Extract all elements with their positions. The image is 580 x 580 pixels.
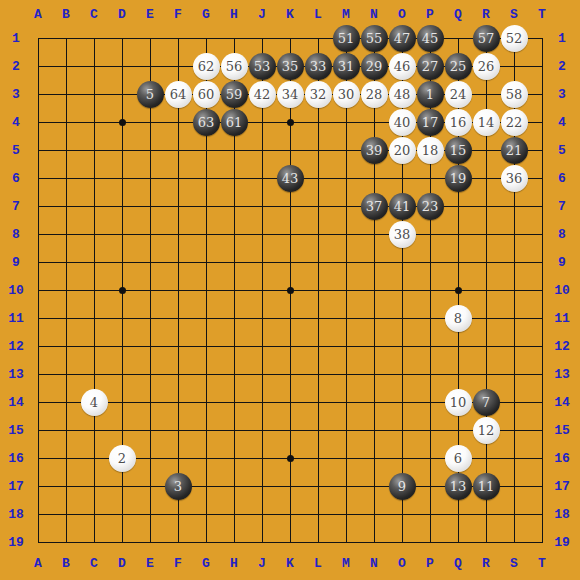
col-label-top-T: T [528,1,556,27]
star-point-D10 [119,287,126,294]
col-label-bottom-C: C [80,550,108,576]
row-label-right-17: 17 [548,473,576,499]
stone-black-N5[interactable]: 39 [361,137,388,164]
col-label-top-D: D [108,1,136,27]
stone-white-P5[interactable]: 18 [417,137,444,164]
col-label-bottom-M: M [332,550,360,576]
row-label-left-18: 18 [2,501,30,527]
stone-black-P2[interactable]: 27 [417,53,444,80]
stone-white-R4[interactable]: 14 [473,109,500,136]
stone-black-Q2[interactable]: 25 [445,53,472,80]
stone-black-F17[interactable]: 3 [165,473,192,500]
stone-white-L3[interactable]: 32 [305,81,332,108]
row-label-right-8: 8 [548,221,576,247]
stone-black-N2[interactable]: 29 [361,53,388,80]
star-point-K16 [287,455,294,462]
stone-white-S1[interactable]: 52 [501,25,528,52]
stone-black-N7[interactable]: 37 [361,193,388,220]
stone-white-H2[interactable]: 56 [221,53,248,80]
stone-black-P7[interactable]: 23 [417,193,444,220]
row-label-left-15: 15 [2,417,30,443]
col-label-top-C: C [80,1,108,27]
stone-white-Q16[interactable]: 6 [445,445,472,472]
stone-black-G4[interactable]: 63 [193,109,220,136]
stone-white-O4[interactable]: 40 [389,109,416,136]
stone-white-N3[interactable]: 28 [361,81,388,108]
stone-white-K3[interactable]: 34 [277,81,304,108]
row-label-right-15: 15 [548,417,576,443]
row-label-right-10: 10 [548,277,576,303]
row-label-left-5: 5 [2,137,30,163]
row-label-right-1: 1 [548,25,576,51]
col-label-bottom-L: L [304,550,332,576]
stone-white-S3[interactable]: 58 [501,81,528,108]
stone-black-L2[interactable]: 33 [305,53,332,80]
row-label-right-5: 5 [548,137,576,163]
col-label-bottom-O: O [388,550,416,576]
stone-white-G3[interactable]: 60 [193,81,220,108]
stone-black-P3[interactable]: 1 [417,81,444,108]
stone-white-O2[interactable]: 46 [389,53,416,80]
row-label-right-2: 2 [548,53,576,79]
col-label-top-S: S [500,1,528,27]
stone-black-M2[interactable]: 31 [333,53,360,80]
stone-black-P1[interactable]: 45 [417,25,444,52]
col-label-bottom-K: K [276,550,304,576]
col-label-top-P: P [416,1,444,27]
row-label-left-2: 2 [2,53,30,79]
row-label-left-4: 4 [2,109,30,135]
col-label-top-J: J [248,1,276,27]
row-label-left-11: 11 [2,305,30,331]
row-label-right-16: 16 [548,445,576,471]
col-label-bottom-N: N [360,550,388,576]
stone-black-P4[interactable]: 17 [417,109,444,136]
stone-white-R2[interactable]: 26 [473,53,500,80]
stone-black-Q17[interactable]: 13 [445,473,472,500]
stone-black-S5[interactable]: 21 [501,137,528,164]
col-label-top-M: M [332,1,360,27]
stone-black-J2[interactable]: 53 [249,53,276,80]
row-label-right-9: 9 [548,249,576,275]
col-label-bottom-J: J [248,550,276,576]
row-label-left-10: 10 [2,277,30,303]
stone-white-F3[interactable]: 64 [165,81,192,108]
stone-white-Q3[interactable]: 24 [445,81,472,108]
col-label-top-G: G [192,1,220,27]
row-label-left-12: 12 [2,333,30,359]
row-label-left-3: 3 [2,81,30,107]
stone-black-N1[interactable]: 55 [361,25,388,52]
star-point-K10 [287,287,294,294]
stone-white-G2[interactable]: 62 [193,53,220,80]
col-label-top-N: N [360,1,388,27]
row-label-right-19: 19 [548,529,576,555]
row-label-left-7: 7 [2,193,30,219]
stone-white-J3[interactable]: 42 [249,81,276,108]
row-label-left-9: 9 [2,249,30,275]
col-label-bottom-E: E [136,550,164,576]
col-label-bottom-D: D [108,550,136,576]
stone-white-C14[interactable]: 4 [81,389,108,416]
go-board[interactable]: AABBCCDDEEFFGGHHJJKKLLMMNNOOPPQQRRSSTT11… [0,0,580,580]
row-label-right-3: 3 [548,81,576,107]
col-label-top-O: O [388,1,416,27]
stone-white-M3[interactable]: 30 [333,81,360,108]
row-label-left-13: 13 [2,361,30,387]
row-label-right-13: 13 [548,361,576,387]
col-label-bottom-P: P [416,550,444,576]
star-point-D4 [119,119,126,126]
stone-black-O17[interactable]: 9 [389,473,416,500]
stone-white-S4[interactable]: 22 [501,109,528,136]
row-label-right-6: 6 [548,165,576,191]
stone-white-Q4[interactable]: 16 [445,109,472,136]
row-label-left-17: 17 [2,473,30,499]
row-label-left-14: 14 [2,389,30,415]
stone-white-D16[interactable]: 2 [109,445,136,472]
row-label-left-1: 1 [2,25,30,51]
col-label-top-Q: Q [444,1,472,27]
stone-black-H3[interactable]: 59 [221,81,248,108]
stone-white-R15[interactable]: 12 [473,417,500,444]
stone-white-O3[interactable]: 48 [389,81,416,108]
stone-black-E3[interactable]: 5 [137,81,164,108]
stone-black-O1[interactable]: 47 [389,25,416,52]
stone-white-Q14[interactable]: 10 [445,389,472,416]
stone-black-R17[interactable]: 11 [473,473,500,500]
row-label-left-16: 16 [2,445,30,471]
col-label-top-B: B [52,1,80,27]
col-label-bottom-Q: Q [444,550,472,576]
col-label-top-R: R [472,1,500,27]
stone-white-S6[interactable]: 36 [501,165,528,192]
col-label-bottom-R: R [472,550,500,576]
star-point-Q10 [455,287,462,294]
row-label-right-14: 14 [548,389,576,415]
row-label-right-7: 7 [548,193,576,219]
stone-black-R14[interactable]: 7 [473,389,500,416]
stone-black-K6[interactable]: 43 [277,165,304,192]
stone-black-Q5[interactable]: 15 [445,137,472,164]
row-label-right-4: 4 [548,109,576,135]
stone-black-K2[interactable]: 35 [277,53,304,80]
row-label-left-6: 6 [2,165,30,191]
row-label-right-18: 18 [548,501,576,527]
stone-black-O7[interactable]: 41 [389,193,416,220]
stone-black-M1[interactable]: 51 [333,25,360,52]
col-label-bottom-S: S [500,550,528,576]
col-label-top-E: E [136,1,164,27]
col-label-bottom-F: F [164,550,192,576]
row-label-left-8: 8 [2,221,30,247]
star-point-K4 [287,119,294,126]
col-label-top-A: A [24,1,52,27]
stone-black-R1[interactable]: 57 [473,25,500,52]
row-label-right-11: 11 [548,305,576,331]
col-label-top-H: H [220,1,248,27]
stone-white-O8[interactable]: 38 [389,221,416,248]
row-label-left-19: 19 [2,529,30,555]
col-label-bottom-G: G [192,550,220,576]
stone-black-H4[interactable]: 61 [221,109,248,136]
stone-black-Q6[interactable]: 19 [445,165,472,192]
col-label-top-L: L [304,1,332,27]
col-label-bottom-B: B [52,550,80,576]
col-label-top-F: F [164,1,192,27]
stone-white-Q11[interactable]: 8 [445,305,472,332]
stone-white-O5[interactable]: 20 [389,137,416,164]
row-label-right-12: 12 [548,333,576,359]
col-label-bottom-H: H [220,550,248,576]
col-label-top-K: K [276,1,304,27]
